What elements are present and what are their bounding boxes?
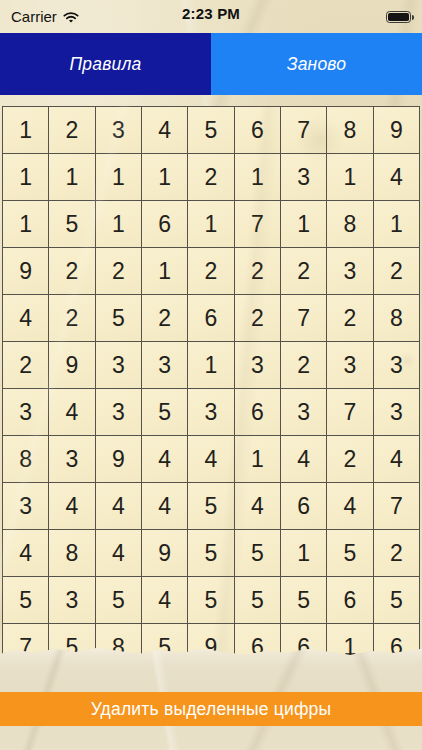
grid-cell[interactable]: 3	[3, 389, 48, 435]
grid-cell[interactable]: 3	[49, 436, 94, 482]
grid-cell[interactable]: 2	[188, 154, 233, 200]
grid-cell[interactable]: 6	[142, 201, 187, 247]
grid-cell[interactable]: 2	[374, 248, 419, 294]
status-bar: Carrier 2:23 PM	[0, 0, 422, 33]
grid-cell[interactable]: 9	[374, 107, 419, 153]
grid-cell[interactable]: 5	[188, 530, 233, 576]
grid-cell[interactable]: 2	[188, 248, 233, 294]
grid-cell[interactable]: 1	[327, 154, 372, 200]
grid-cell[interactable]: 3	[188, 389, 233, 435]
grid-cell[interactable]: 3	[281, 389, 326, 435]
grid-cell[interactable]: 5	[188, 483, 233, 529]
grid-cell[interactable]: 9	[96, 436, 141, 482]
grid-cell[interactable]: 1	[374, 201, 419, 247]
grid-cell[interactable]: 1	[281, 530, 326, 576]
grid-cell[interactable]: 2	[281, 248, 326, 294]
grid-cell[interactable]: 2	[49, 248, 94, 294]
grid-cell[interactable]: 6	[235, 107, 280, 153]
grid-cell[interactable]: 3	[281, 154, 326, 200]
grid-cell[interactable]: 2	[235, 295, 280, 341]
grid-cell[interactable]: 1	[96, 201, 141, 247]
grid-cell[interactable]: 5	[3, 577, 48, 623]
grid-cell[interactable]: 5	[49, 201, 94, 247]
grid-cell[interactable]: 5	[235, 530, 280, 576]
grid-cell[interactable]: 2	[49, 107, 94, 153]
grid-cell[interactable]: 1	[49, 154, 94, 200]
grid-cell[interactable]: 3	[327, 248, 372, 294]
delete-selected-button[interactable]: Удалить выделенные цифры	[0, 692, 422, 726]
grid-cell[interactable]: 5	[96, 577, 141, 623]
grid-cell[interactable]: 9	[142, 530, 187, 576]
grid-cell[interactable]: 4	[96, 483, 141, 529]
grid-cell[interactable]: 4	[374, 154, 419, 200]
grid-cell[interactable]: 2	[374, 530, 419, 576]
grid-cell[interactable]: 2	[142, 295, 187, 341]
grid-cell[interactable]: 4	[3, 530, 48, 576]
grid-cell[interactable]: 4	[235, 483, 280, 529]
grid-cell[interactable]: 2	[327, 436, 372, 482]
grid-cell[interactable]: 7	[281, 107, 326, 153]
grid-cell[interactable]: 6	[327, 577, 372, 623]
grid-cell[interactable]: 5	[327, 530, 372, 576]
grid-cell[interactable]: 2	[49, 295, 94, 341]
grid-cell[interactable]: 1	[96, 154, 141, 200]
grid-cell[interactable]: 6	[235, 389, 280, 435]
grid-cell[interactable]: 3	[374, 342, 419, 388]
grid-cell[interactable]: 7	[235, 201, 280, 247]
grid-cell[interactable]: 4	[327, 483, 372, 529]
grid-cell[interactable]: 9	[49, 342, 94, 388]
wifi-icon	[62, 9, 80, 24]
grid-cell[interactable]: 3	[235, 342, 280, 388]
grid-cell[interactable]: 3	[96, 342, 141, 388]
grid-cell[interactable]: 5	[188, 107, 233, 153]
grid-cell[interactable]: 1	[188, 342, 233, 388]
number-grid: 1234567891111213141516171819221222324252…	[2, 106, 420, 671]
grid-cell[interactable]: 3	[49, 577, 94, 623]
grid-cell[interactable]: 4	[142, 483, 187, 529]
grid-cell[interactable]: 4	[142, 577, 187, 623]
grid-cell[interactable]: 3	[96, 389, 141, 435]
clock: 2:23 PM	[182, 0, 240, 27]
grid-cell[interactable]: 6	[281, 483, 326, 529]
grid-cell[interactable]: 4	[374, 436, 419, 482]
grid-cell[interactable]: 5	[374, 577, 419, 623]
grid-cell[interactable]: 6	[188, 295, 233, 341]
grid-cell[interactable]: 8	[327, 107, 372, 153]
grid-cell[interactable]: 7	[327, 389, 372, 435]
grid-cell[interactable]: 4	[188, 436, 233, 482]
status-right	[386, 10, 411, 23]
grid-cell[interactable]: 7	[281, 295, 326, 341]
grid-cell[interactable]: 5	[235, 577, 280, 623]
grid-cell[interactable]: 4	[49, 483, 94, 529]
grid-cell[interactable]: 7	[374, 483, 419, 529]
grid-cell[interactable]: 5	[281, 577, 326, 623]
grid-cell[interactable]: 9	[3, 248, 48, 294]
grid-cell[interactable]: 1	[3, 107, 48, 153]
grid-cell[interactable]: 3	[3, 483, 48, 529]
grid-cell[interactable]: 4	[281, 436, 326, 482]
battery-icon	[386, 11, 411, 23]
grid-cell[interactable]: 2	[3, 342, 48, 388]
grid-cell[interactable]: 1	[235, 154, 280, 200]
grid-cell[interactable]: 2	[281, 342, 326, 388]
grid-cell[interactable]: 3	[96, 107, 141, 153]
status-left: Carrier	[11, 8, 80, 25]
rules-button[interactable]: Правила	[0, 33, 211, 95]
top-toolbar: Правила Заново	[0, 33, 422, 95]
grid-cell[interactable]: 8	[327, 201, 372, 247]
grid-cell[interactable]: 1	[3, 154, 48, 200]
grid-cell[interactable]: 2	[96, 248, 141, 294]
grid-cell[interactable]: 1	[281, 201, 326, 247]
grid-cell[interactable]: 4	[142, 436, 187, 482]
grid-cell[interactable]: 5	[188, 577, 233, 623]
carrier-label: Carrier	[11, 8, 57, 25]
app-screen: Carrier 2:23 PM Правила Заново 123456789…	[0, 0, 422, 750]
grid-cell[interactable]: 8	[49, 530, 94, 576]
grid-cell[interactable]: 1	[142, 248, 187, 294]
grid-cell[interactable]: 8	[3, 436, 48, 482]
grid-cell[interactable]: 3	[327, 342, 372, 388]
grid-cell[interactable]: 8	[374, 295, 419, 341]
grid-cell[interactable]: 4	[142, 107, 187, 153]
grid-cell[interactable]: 3	[374, 389, 419, 435]
restart-button[interactable]: Заново	[211, 33, 422, 95]
grid-cell[interactable]: 1	[235, 436, 280, 482]
grid-cell[interactable]: 4	[3, 295, 48, 341]
grid-cell[interactable]: 2	[327, 295, 372, 341]
grid-cell[interactable]: 4	[49, 389, 94, 435]
grid-cell[interactable]: 1	[3, 201, 48, 247]
grid-cell[interactable]: 5	[96, 295, 141, 341]
grid-cell[interactable]: 4	[96, 530, 141, 576]
grid-cell[interactable]: 5	[142, 389, 187, 435]
grid-cell[interactable]: 2	[235, 248, 280, 294]
grid-cell[interactable]: 1	[188, 201, 233, 247]
grid-cell[interactable]: 1	[142, 154, 187, 200]
grid-cell[interactable]: 3	[142, 342, 187, 388]
